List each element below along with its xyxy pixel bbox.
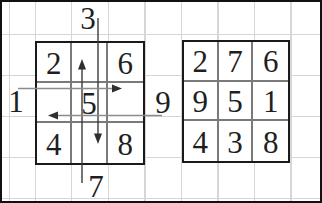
puzzle-cell bbox=[108, 83, 143, 123]
solution-cell: 9 bbox=[184, 82, 219, 122]
magic-square-diagram: 2 6 5 4 8 2 7 6 9 5 1 4 3 8 3 1 9 7 bbox=[0, 0, 322, 203]
puzzle-cell: 6 bbox=[108, 43, 143, 83]
outside-number-right: 9 bbox=[155, 87, 171, 118]
outside-number-bottom: 7 bbox=[88, 171, 104, 202]
solution-grid: 2 7 6 9 5 1 4 3 8 bbox=[182, 40, 290, 163]
puzzle-grid: 2 6 5 4 8 bbox=[35, 41, 145, 165]
puzzle-cell bbox=[72, 123, 107, 163]
puzzle-cell: 4 bbox=[37, 123, 72, 163]
solution-cell: 6 bbox=[253, 42, 288, 82]
solution-cell: 8 bbox=[253, 121, 288, 161]
puzzle-cell: 5 bbox=[72, 83, 107, 123]
puzzle-cell: 8 bbox=[108, 123, 143, 163]
solution-cell: 2 bbox=[184, 42, 219, 82]
solution-cell: 4 bbox=[184, 121, 219, 161]
outside-number-top: 3 bbox=[80, 3, 96, 34]
solution-cell: 5 bbox=[219, 82, 254, 122]
outside-number-left: 1 bbox=[8, 86, 24, 117]
solution-cell: 1 bbox=[253, 82, 288, 122]
solution-cell: 3 bbox=[219, 121, 254, 161]
puzzle-cell: 2 bbox=[37, 43, 72, 83]
puzzle-cell bbox=[37, 83, 72, 123]
solution-cell: 7 bbox=[219, 42, 254, 82]
puzzle-cell bbox=[72, 43, 107, 83]
